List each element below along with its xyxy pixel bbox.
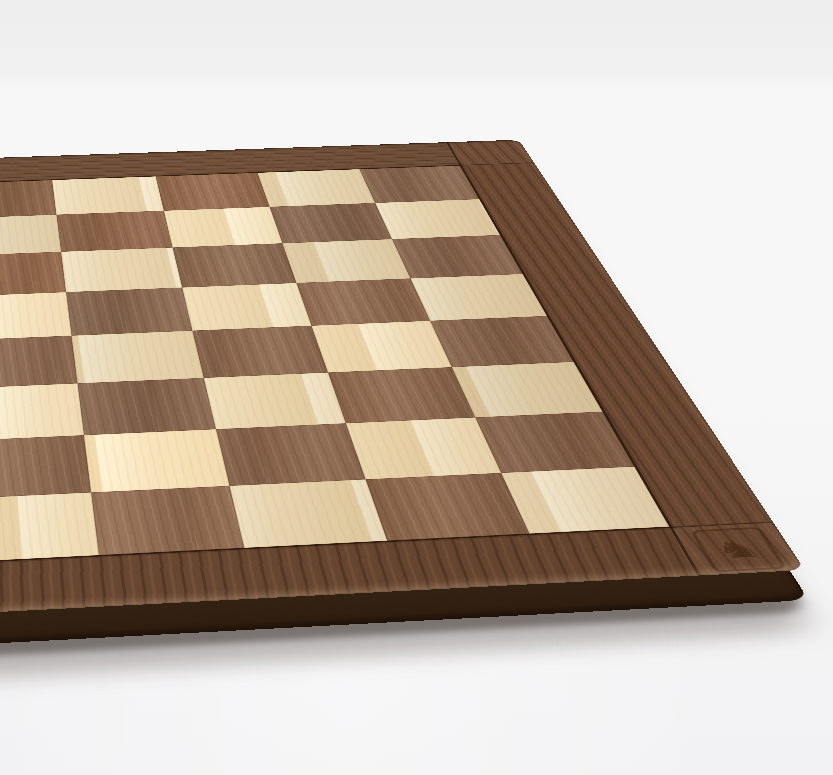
square-e3[interactable] — [77, 378, 215, 435]
square-f8[interactable] — [155, 173, 269, 211]
scene: ♞ — [0, 0, 833, 775]
square-h4[interactable] — [430, 316, 574, 367]
square-f5[interactable] — [182, 283, 312, 331]
square-d8[interactable] — [0, 180, 56, 218]
square-d7[interactable] — [0, 215, 61, 256]
square-d3[interactable] — [0, 383, 84, 441]
square-e6[interactable] — [61, 248, 182, 292]
square-f1[interactable] — [229, 479, 387, 548]
knight-icon: ♞ — [708, 537, 767, 562]
square-g8[interactable] — [258, 169, 375, 207]
square-d6[interactable] — [0, 252, 66, 297]
square-f3[interactable] — [203, 372, 346, 429]
square-e8[interactable] — [52, 176, 163, 214]
frame-corner-block-top-right — [446, 140, 534, 166]
maker-logo-engraving: ♞ — [690, 527, 787, 572]
square-h5[interactable] — [410, 274, 547, 321]
square-g2[interactable] — [346, 417, 501, 479]
square-g3[interactable] — [328, 367, 475, 423]
square-d2[interactable] — [0, 435, 91, 499]
square-f7[interactable] — [163, 207, 282, 248]
square-f6[interactable] — [172, 243, 296, 287]
square-g5[interactable] — [296, 278, 429, 325]
square-g4[interactable] — [311, 321, 451, 373]
photo-stage: ♞ — [0, 0, 833, 775]
square-e4[interactable] — [72, 331, 204, 384]
square-h6[interactable] — [392, 235, 523, 278]
square-d1[interactable] — [0, 492, 99, 562]
chess-board: ♞ — [0, 140, 805, 645]
square-h7[interactable] — [375, 199, 500, 239]
square-e1[interactable] — [91, 486, 244, 555]
square-f2[interactable] — [216, 423, 366, 485]
square-g7[interactable] — [270, 203, 392, 243]
square-d4[interactable] — [0, 336, 77, 389]
square-e7[interactable] — [56, 211, 172, 252]
square-f4[interactable] — [192, 326, 328, 378]
square-e5[interactable] — [66, 287, 192, 335]
square-h8[interactable] — [359, 166, 479, 203]
square-d5[interactable] — [0, 292, 72, 341]
square-g6[interactable] — [282, 239, 410, 283]
square-e2[interactable] — [84, 429, 229, 492]
